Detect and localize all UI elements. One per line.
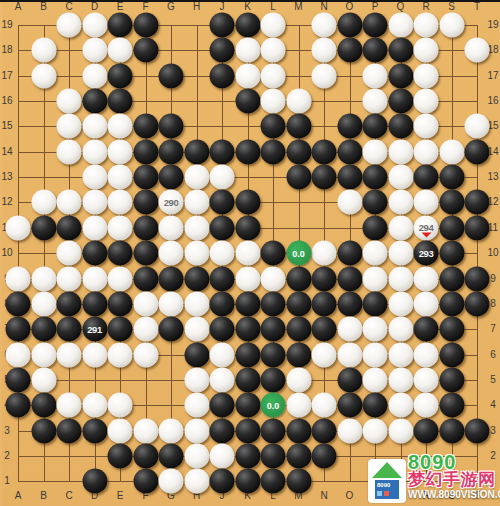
- stone-white-E13[interactable]: [108, 165, 133, 190]
- stone-black-E16[interactable]: [108, 89, 133, 114]
- coord-label-bottom: O: [346, 491, 354, 501]
- stone-black-O14[interactable]: [337, 139, 362, 164]
- stone-white-J6[interactable]: [210, 342, 235, 367]
- stone-white-D13[interactable]: [82, 165, 107, 190]
- stone-black-K11[interactable]: [235, 215, 260, 240]
- coord-label-right: 19: [487, 20, 498, 30]
- stone-white-Q4[interactable]: [388, 393, 413, 418]
- stone-black-K12[interactable]: [235, 190, 260, 215]
- stone-white-G1[interactable]: [159, 469, 184, 494]
- stone-white-P7[interactable]: [363, 317, 388, 342]
- stone-black-S5[interactable]: [439, 367, 464, 392]
- stone-white-B5[interactable]: [31, 367, 56, 392]
- stone-black-K16[interactable]: [235, 89, 260, 114]
- stone-white-N4[interactable]: [312, 393, 337, 418]
- stone-white-D17[interactable]: [82, 63, 107, 88]
- stone-black-S7[interactable]: [439, 317, 464, 342]
- stone-white-P16[interactable]: [363, 89, 388, 114]
- stone-black-O8[interactable]: [337, 291, 362, 316]
- stone-white-E4[interactable]: [108, 393, 133, 418]
- stone-white-B17[interactable]: [31, 63, 56, 88]
- stone-white-R15[interactable]: [414, 114, 439, 139]
- stone-black-D10[interactable]: [82, 241, 107, 266]
- stone-white-C16[interactable]: [57, 89, 82, 114]
- stone-white-H2[interactable]: [184, 443, 209, 468]
- stone-white-C10[interactable]: [57, 241, 82, 266]
- stone-white-P17[interactable]: [363, 63, 388, 88]
- stone-white-A11[interactable]: [6, 215, 31, 240]
- stone-white-N19[interactable]: [312, 13, 337, 38]
- stone-black-F11[interactable]: [133, 215, 158, 240]
- stone-white-P10[interactable]: [363, 241, 388, 266]
- stone-black-O15[interactable]: [337, 114, 362, 139]
- stone-black-P11[interactable]: [363, 215, 388, 240]
- coord-label-top: E: [117, 2, 124, 12]
- stone-black-G17[interactable]: [159, 63, 184, 88]
- stone-white-H13[interactable]: [184, 165, 209, 190]
- stone-black-F14[interactable]: [133, 139, 158, 164]
- watermark-house-logo-icon: 8090: [368, 459, 406, 503]
- stone-black-K8[interactable]: [235, 291, 260, 316]
- stone-black-A4[interactable]: [6, 393, 31, 418]
- stone-white-Q5[interactable]: [388, 367, 413, 392]
- stone-white-E14[interactable]: [108, 139, 133, 164]
- stone-white-G12[interactable]: 290: [159, 190, 184, 215]
- stone-black-K3[interactable]: [235, 418, 260, 443]
- stone-black-Q15[interactable]: [388, 114, 413, 139]
- stone-black-L15[interactable]: [261, 114, 286, 139]
- stone-white-K17[interactable]: [235, 63, 260, 88]
- stone-black-P12[interactable]: [363, 190, 388, 215]
- stone-black-G7[interactable]: [159, 317, 184, 342]
- stone-white-C19[interactable]: [57, 13, 82, 38]
- coord-label-right: 4: [490, 400, 496, 410]
- stone-black-A7[interactable]: [6, 317, 31, 342]
- stone-white-O3[interactable]: [337, 418, 362, 443]
- logo-base: 8090: [375, 480, 399, 499]
- stone-black-O13[interactable]: [337, 165, 362, 190]
- stone-white-C14[interactable]: [57, 139, 82, 164]
- coord-label-top: L: [270, 2, 276, 12]
- stone-black-O19[interactable]: [337, 13, 362, 38]
- coord-label-left: 18: [1, 45, 12, 55]
- coord-label-top: F: [142, 2, 148, 12]
- stone-white-N6[interactable]: [312, 342, 337, 367]
- stone-black-F12[interactable]: [133, 190, 158, 215]
- stone-black-L6[interactable]: [261, 342, 286, 367]
- stone-white-S19[interactable]: [439, 13, 464, 38]
- stone-white-D18[interactable]: [82, 38, 107, 63]
- stone-white-G10[interactable]: [159, 241, 184, 266]
- stone-black-T3[interactable]: [465, 418, 490, 443]
- stone-black-T8[interactable]: [465, 291, 490, 316]
- stone-black-G2[interactable]: [159, 443, 184, 468]
- stone-black-P8[interactable]: [363, 291, 388, 316]
- stone-white-N10[interactable]: [312, 241, 337, 266]
- stone-white-L18[interactable]: [261, 38, 286, 63]
- coord-label-top: O: [346, 2, 354, 12]
- stone-black-N13[interactable]: [312, 165, 337, 190]
- stone-white-Q12[interactable]: [388, 190, 413, 215]
- stone-white-A6[interactable]: [6, 342, 31, 367]
- stone-black-K6[interactable]: [235, 342, 260, 367]
- coord-label-top: K: [244, 2, 251, 12]
- move-number-label: 291: [87, 324, 101, 335]
- stone-black-F13[interactable]: [133, 165, 158, 190]
- stone-white-R6[interactable]: [414, 342, 439, 367]
- coord-label-top: P: [372, 2, 379, 12]
- stone-black-J8[interactable]: [210, 291, 235, 316]
- stone-white-C15[interactable]: [57, 114, 82, 139]
- stone-white-Q19[interactable]: [388, 13, 413, 38]
- stone-white-S14[interactable]: [439, 139, 464, 164]
- stone-black-K19[interactable]: [235, 13, 260, 38]
- stone-white-H8[interactable]: [184, 291, 209, 316]
- stone-black-D3[interactable]: [82, 418, 107, 443]
- coord-label-right: 7: [490, 324, 496, 334]
- stone-black-C8[interactable]: [57, 291, 82, 316]
- stone-white-J13[interactable]: [210, 165, 235, 190]
- coord-label-top: D: [91, 2, 98, 12]
- stone-black-R3[interactable]: [414, 418, 439, 443]
- stone-black-S3[interactable]: [439, 418, 464, 443]
- stone-black-P18[interactable]: [363, 38, 388, 63]
- stone-white-D15[interactable]: [82, 114, 107, 139]
- stone-black-B4[interactable]: [31, 393, 56, 418]
- stone-white-F6[interactable]: [133, 342, 158, 367]
- stone-white-H10[interactable]: [184, 241, 209, 266]
- stone-black-K5[interactable]: [235, 367, 260, 392]
- score-badge-L4[interactable]: 0.0: [261, 393, 286, 418]
- stone-black-H6[interactable]: [184, 342, 209, 367]
- stone-black-E10[interactable]: [108, 241, 133, 266]
- stone-black-L3[interactable]: [261, 418, 286, 443]
- stone-black-O4[interactable]: [337, 393, 362, 418]
- stone-white-O7[interactable]: [337, 317, 362, 342]
- stone-black-P15[interactable]: [363, 114, 388, 139]
- stone-white-R9[interactable]: [414, 266, 439, 291]
- stone-white-E15[interactable]: [108, 114, 133, 139]
- stone-white-N17[interactable]: [312, 63, 337, 88]
- stone-white-B12[interactable]: [31, 190, 56, 215]
- stone-white-H4[interactable]: [184, 393, 209, 418]
- stone-white-M5[interactable]: [286, 367, 311, 392]
- coord-label-left: 19: [1, 20, 12, 30]
- stone-black-C11[interactable]: [57, 215, 82, 240]
- stone-white-N18[interactable]: [312, 38, 337, 63]
- coord-label-bottom: E: [117, 491, 124, 501]
- stone-black-J7[interactable]: [210, 317, 235, 342]
- stone-black-L2[interactable]: [261, 443, 286, 468]
- stone-white-P9[interactable]: [363, 266, 388, 291]
- stone-white-D9[interactable]: [82, 266, 107, 291]
- stone-black-F10[interactable]: [133, 241, 158, 266]
- stone-white-D11[interactable]: [82, 215, 107, 240]
- stone-white-R19[interactable]: [414, 13, 439, 38]
- stone-black-Q18[interactable]: [388, 38, 413, 63]
- stone-white-R5[interactable]: [414, 367, 439, 392]
- stone-black-E8[interactable]: [108, 291, 133, 316]
- stone-black-P19[interactable]: [363, 13, 388, 38]
- stone-black-S4[interactable]: [439, 393, 464, 418]
- stone-white-G11[interactable]: [159, 215, 184, 240]
- stone-white-B6[interactable]: [31, 342, 56, 367]
- stone-white-G8[interactable]: [159, 291, 184, 316]
- stone-white-C4[interactable]: [57, 393, 82, 418]
- stone-white-D6[interactable]: [82, 342, 107, 367]
- stone-white-G3[interactable]: [159, 418, 184, 443]
- stone-white-Q3[interactable]: [388, 418, 413, 443]
- stone-white-E12[interactable]: [108, 190, 133, 215]
- stone-white-H12[interactable]: [184, 190, 209, 215]
- stone-black-E17[interactable]: [108, 63, 133, 88]
- stone-white-B8[interactable]: [31, 291, 56, 316]
- stone-black-R13[interactable]: [414, 165, 439, 190]
- stone-black-L7[interactable]: [261, 317, 286, 342]
- stone-black-J3[interactable]: [210, 418, 235, 443]
- stone-white-H1[interactable]: [184, 469, 209, 494]
- stone-black-J17[interactable]: [210, 63, 235, 88]
- stone-black-M2[interactable]: [286, 443, 311, 468]
- stone-white-O6[interactable]: [337, 342, 362, 367]
- stone-black-B7[interactable]: [31, 317, 56, 342]
- stone-black-K14[interactable]: [235, 139, 260, 164]
- stone-black-D7[interactable]: 291: [82, 317, 107, 342]
- stone-white-T18[interactable]: [465, 38, 490, 63]
- stone-black-S10[interactable]: [439, 241, 464, 266]
- coord-label-top: J: [220, 2, 225, 12]
- coord-label-left: 12: [1, 197, 12, 207]
- coord-label-right: 3: [490, 426, 496, 436]
- coord-label-bottom: N: [320, 491, 327, 501]
- stone-white-F8[interactable]: [133, 291, 158, 316]
- stone-white-D19[interactable]: [82, 13, 107, 38]
- stone-black-M1[interactable]: [286, 469, 311, 494]
- stone-black-T14[interactable]: [465, 139, 490, 164]
- stone-white-L19[interactable]: [261, 13, 286, 38]
- stone-black-P13[interactable]: [363, 165, 388, 190]
- stone-white-M16[interactable]: [286, 89, 311, 114]
- stone-white-R4[interactable]: [414, 393, 439, 418]
- stone-black-B3[interactable]: [31, 418, 56, 443]
- stone-black-H14[interactable]: [184, 139, 209, 164]
- stone-white-H5[interactable]: [184, 367, 209, 392]
- stone-white-P14[interactable]: [363, 139, 388, 164]
- stone-white-R14[interactable]: [414, 139, 439, 164]
- stone-white-F3[interactable]: [133, 418, 158, 443]
- stone-black-F19[interactable]: [133, 13, 158, 38]
- stone-black-K1[interactable]: [235, 469, 260, 494]
- stone-black-M7[interactable]: [286, 317, 311, 342]
- stone-white-A9[interactable]: [6, 266, 31, 291]
- stone-white-Q10[interactable]: [388, 241, 413, 266]
- stone-black-C3[interactable]: [57, 418, 82, 443]
- coord-label-bottom: B: [40, 491, 47, 501]
- coord-label-bottom: A: [15, 491, 22, 501]
- stone-black-M13[interactable]: [286, 165, 311, 190]
- stone-black-F18[interactable]: [133, 38, 158, 63]
- stone-black-R10[interactable]: 293: [414, 241, 439, 266]
- stone-black-N3[interactable]: [312, 418, 337, 443]
- coord-label-top: N: [320, 2, 327, 12]
- stone-black-D8[interactable]: [82, 291, 107, 316]
- coord-label-right: 13: [487, 172, 498, 182]
- stone-white-Q8[interactable]: [388, 291, 413, 316]
- stone-black-H9[interactable]: [184, 266, 209, 291]
- stone-black-F2[interactable]: [133, 443, 158, 468]
- stone-white-C9[interactable]: [57, 266, 82, 291]
- stone-black-N9[interactable]: [312, 266, 337, 291]
- stone-black-M3[interactable]: [286, 418, 311, 443]
- stone-white-D4[interactable]: [82, 393, 107, 418]
- coord-label-left: 14: [1, 147, 12, 157]
- stone-black-B11[interactable]: [31, 215, 56, 240]
- stone-black-S11[interactable]: [439, 215, 464, 240]
- stone-black-M6[interactable]: [286, 342, 311, 367]
- stone-black-M8[interactable]: [286, 291, 311, 316]
- stone-white-Q11[interactable]: [388, 215, 413, 240]
- stone-white-P5[interactable]: [363, 367, 388, 392]
- stone-white-C12[interactable]: [57, 190, 82, 215]
- stone-white-K18[interactable]: [235, 38, 260, 63]
- stone-white-T15[interactable]: [465, 114, 490, 139]
- stone-black-E19[interactable]: [108, 13, 133, 38]
- stone-black-E2[interactable]: [108, 443, 133, 468]
- stone-black-F9[interactable]: [133, 266, 158, 291]
- stone-black-J18[interactable]: [210, 38, 235, 63]
- coord-label-left: 3: [4, 426, 10, 436]
- stone-white-J10[interactable]: [210, 241, 235, 266]
- stone-black-Q17[interactable]: [388, 63, 413, 88]
- stone-white-R17[interactable]: [414, 63, 439, 88]
- stone-white-K10[interactable]: [235, 241, 260, 266]
- stone-white-R16[interactable]: [414, 89, 439, 114]
- stone-black-K7[interactable]: [235, 317, 260, 342]
- stone-black-N8[interactable]: [312, 291, 337, 316]
- stone-white-J2[interactable]: [210, 443, 235, 468]
- stone-white-B9[interactable]: [31, 266, 56, 291]
- stone-white-E6[interactable]: [108, 342, 133, 367]
- stone-white-L16[interactable]: [261, 89, 286, 114]
- stone-black-Q16[interactable]: [388, 89, 413, 114]
- stone-white-R18[interactable]: [414, 38, 439, 63]
- stone-black-J14[interactable]: [210, 139, 235, 164]
- stone-white-R12[interactable]: [414, 190, 439, 215]
- stone-black-D1[interactable]: [82, 469, 107, 494]
- stone-black-M9[interactable]: [286, 266, 311, 291]
- stone-black-A8[interactable]: [6, 291, 31, 316]
- stone-black-N7[interactable]: [312, 317, 337, 342]
- stone-black-J11[interactable]: [210, 215, 235, 240]
- stone-black-J12[interactable]: [210, 190, 235, 215]
- stone-white-H7[interactable]: [184, 317, 209, 342]
- score-badge-M10[interactable]: 0.0: [286, 241, 311, 266]
- stone-black-G13[interactable]: [159, 165, 184, 190]
- stone-black-E7[interactable]: [108, 317, 133, 342]
- stone-black-R7[interactable]: [414, 317, 439, 342]
- score-badge-text: 0.0: [267, 400, 280, 410]
- stone-black-L5[interactable]: [261, 367, 286, 392]
- stone-black-F15[interactable]: [133, 114, 158, 139]
- stone-black-L8[interactable]: [261, 291, 286, 316]
- stone-white-E11[interactable]: [108, 215, 133, 240]
- stone-white-Q7[interactable]: [388, 317, 413, 342]
- stone-white-C6[interactable]: [57, 342, 82, 367]
- stone-black-M15[interactable]: [286, 114, 311, 139]
- stone-black-O5[interactable]: [337, 367, 362, 392]
- stone-white-H3[interactable]: [184, 418, 209, 443]
- stone-black-T9[interactable]: [465, 266, 490, 291]
- stone-black-K4[interactable]: [235, 393, 260, 418]
- stone-black-O9[interactable]: [337, 266, 362, 291]
- stone-white-L9[interactable]: [261, 266, 286, 291]
- stone-black-S8[interactable]: [439, 291, 464, 316]
- stone-white-R8[interactable]: [414, 291, 439, 316]
- stone-black-A5[interactable]: [6, 367, 31, 392]
- stone-white-H11[interactable]: [184, 215, 209, 240]
- stone-black-N14[interactable]: [312, 139, 337, 164]
- stone-black-L14[interactable]: [261, 139, 286, 164]
- stone-black-M14[interactable]: [286, 139, 311, 164]
- stone-black-O10[interactable]: [337, 241, 362, 266]
- stone-black-N2[interactable]: [312, 443, 337, 468]
- stone-black-K2[interactable]: [235, 443, 260, 468]
- stone-white-E3[interactable]: [108, 418, 133, 443]
- stone-white-M4[interactable]: [286, 393, 311, 418]
- stone-black-O18[interactable]: [337, 38, 362, 63]
- logo-pixel-blue: [377, 491, 382, 496]
- stone-black-S13[interactable]: [439, 165, 464, 190]
- stone-black-G9[interactable]: [159, 266, 184, 291]
- stone-white-Q14[interactable]: [388, 139, 413, 164]
- stone-black-C7[interactable]: [57, 317, 82, 342]
- coord-label-top: T: [474, 2, 480, 12]
- stone-white-P6[interactable]: [363, 342, 388, 367]
- stone-black-G15[interactable]: [159, 114, 184, 139]
- stone-white-K9[interactable]: [235, 266, 260, 291]
- stone-black-S9[interactable]: [439, 266, 464, 291]
- stone-white-J5[interactable]: [210, 367, 235, 392]
- stone-black-T12[interactable]: [465, 190, 490, 215]
- stone-white-P3[interactable]: [363, 418, 388, 443]
- stone-white-O12[interactable]: [337, 190, 362, 215]
- stone-black-F1[interactable]: [133, 469, 158, 494]
- stone-white-Q6[interactable]: [388, 342, 413, 367]
- stone-black-L1[interactable]: [261, 469, 286, 494]
- stone-black-J4[interactable]: [210, 393, 235, 418]
- stone-white-D12[interactable]: [82, 190, 107, 215]
- stone-white-D14[interactable]: [82, 139, 107, 164]
- stone-black-S12[interactable]: [439, 190, 464, 215]
- stone-black-G14[interactable]: [159, 139, 184, 164]
- stone-black-J9[interactable]: [210, 266, 235, 291]
- stone-black-J1[interactable]: [210, 469, 235, 494]
- stone-white-F7[interactable]: [133, 317, 158, 342]
- stone-black-T11[interactable]: [465, 215, 490, 240]
- stone-white-Q13[interactable]: [388, 165, 413, 190]
- stone-black-S6[interactable]: [439, 342, 464, 367]
- stone-black-J19[interactable]: [210, 13, 235, 38]
- stone-white-R11[interactable]: 294: [414, 215, 439, 240]
- stone-white-Q9[interactable]: [388, 266, 413, 291]
- stone-white-B18[interactable]: [31, 38, 56, 63]
- stone-white-E9[interactable]: [108, 266, 133, 291]
- stone-black-D16[interactable]: [82, 89, 107, 114]
- stone-black-P4[interactable]: [363, 393, 388, 418]
- stone-white-L17[interactable]: [261, 63, 286, 88]
- stone-white-E18[interactable]: [108, 38, 133, 63]
- stone-black-L10[interactable]: [261, 241, 286, 266]
